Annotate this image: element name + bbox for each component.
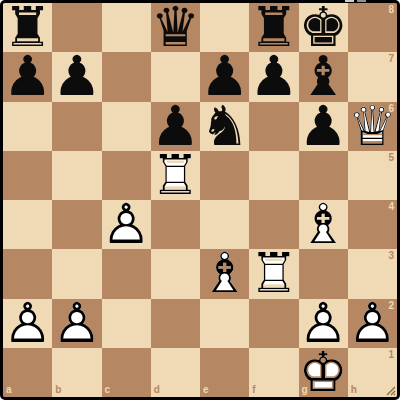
square-c6[interactable]: [102, 102, 151, 151]
black-pawn-glyph: ♟: [249, 52, 298, 101]
square-f1[interactable]: f: [249, 348, 298, 397]
square-d4[interactable]: [151, 200, 200, 249]
square-c7[interactable]: [102, 52, 151, 101]
square-g6[interactable]: ♟: [299, 102, 348, 151]
square-b2[interactable]: ♟♙: [52, 299, 101, 348]
square-a5[interactable]: [3, 151, 52, 200]
piece-black-pawn[interactable]: ♟: [299, 102, 348, 151]
piece-white-pawn[interactable]: ♟♙: [348, 299, 397, 348]
white-bishop-outline-glyph: ♗: [200, 249, 249, 298]
file-label-h: h: [351, 384, 357, 395]
screen: ♜♛♜♚8♟♟♟♟♝7♟♞♟♛♕6♜♖5♟♙♝♗4♝♗♜♖3♟♙♟♙♟♙♟♙2a…: [0, 0, 400, 400]
file-label-c: c: [105, 384, 111, 395]
rank-label-4: 4: [388, 201, 394, 212]
rank-label-3: 3: [388, 250, 394, 261]
piece-white-pawn[interactable]: ♟♙: [52, 299, 101, 348]
square-f3[interactable]: ♜♖: [249, 249, 298, 298]
piece-black-queen[interactable]: ♛: [151, 3, 200, 52]
piece-white-rook[interactable]: ♜♖: [249, 249, 298, 298]
white-bishop-outline-glyph: ♗: [299, 200, 348, 249]
white-pawn-outline-glyph: ♙: [102, 200, 151, 249]
square-a6[interactable]: [3, 102, 52, 151]
rank-label-1: 1: [388, 349, 394, 360]
piece-black-pawn[interactable]: ♟: [249, 52, 298, 101]
square-d5[interactable]: ♜♖: [151, 151, 200, 200]
square-d8[interactable]: ♛: [151, 3, 200, 52]
rank-label-8: 8: [388, 4, 394, 15]
piece-white-bishop[interactable]: ♝♗: [299, 200, 348, 249]
file-label-f: f: [252, 384, 255, 395]
piece-white-rook[interactable]: ♜♖: [151, 151, 200, 200]
black-knight-glyph: ♞: [200, 102, 249, 151]
board-resize-handle[interactable]: [384, 384, 396, 396]
square-b4[interactable]: [52, 200, 101, 249]
piece-black-pawn[interactable]: ♟: [3, 52, 52, 101]
square-f2[interactable]: [249, 299, 298, 348]
square-b6[interactable]: [52, 102, 101, 151]
chess-board: ♜♛♜♚8♟♟♟♟♝7♟♞♟♛♕6♜♖5♟♙♝♗4♝♗♜♖3♟♙♟♙♟♙♟♙2a…: [0, 0, 400, 400]
file-label-e: e: [203, 384, 209, 395]
piece-white-king[interactable]: ♚♔: [299, 348, 348, 397]
file-label-d: d: [154, 384, 160, 395]
square-g4[interactable]: ♝♗: [299, 200, 348, 249]
white-rook-outline-glyph: ♖: [151, 151, 200, 200]
square-h2[interactable]: ♟♙2: [348, 299, 397, 348]
piece-black-knight[interactable]: ♞: [200, 102, 249, 151]
edge-mark: [357, 0, 366, 2]
edge-mark: [345, 0, 354, 2]
file-label-a: a: [6, 384, 12, 395]
square-d1[interactable]: d: [151, 348, 200, 397]
window-edge-artifacts: [0, 0, 400, 3]
board-grid: ♜♛♜♚8♟♟♟♟♝7♟♞♟♛♕6♜♖5♟♙♝♗4♝♗♜♖3♟♙♟♙♟♙♟♙2a…: [3, 3, 397, 397]
square-f5[interactable]: [249, 151, 298, 200]
piece-white-pawn[interactable]: ♟♙: [3, 299, 52, 348]
square-e3[interactable]: ♝♗: [200, 249, 249, 298]
piece-white-queen[interactable]: ♛♕: [348, 102, 397, 151]
square-h4[interactable]: 4: [348, 200, 397, 249]
square-d2[interactable]: [151, 299, 200, 348]
rank-label-5: 5: [388, 152, 394, 163]
square-a2[interactable]: ♟♙: [3, 299, 52, 348]
square-b1[interactable]: b: [52, 348, 101, 397]
file-label-b: b: [55, 384, 61, 395]
square-c2[interactable]: [102, 299, 151, 348]
square-h8[interactable]: 8: [348, 3, 397, 52]
piece-white-pawn[interactable]: ♟♙: [102, 200, 151, 249]
square-e2[interactable]: [200, 299, 249, 348]
square-e1[interactable]: e: [200, 348, 249, 397]
square-c3[interactable]: [102, 249, 151, 298]
piece-black-pawn[interactable]: ♟: [52, 52, 101, 101]
rank-label-7: 7: [388, 53, 394, 64]
square-e5[interactable]: [200, 151, 249, 200]
piece-white-bishop[interactable]: ♝♗: [200, 249, 249, 298]
white-pawn-outline-glyph: ♙: [348, 299, 397, 348]
square-c8[interactable]: [102, 3, 151, 52]
square-e6[interactable]: ♞: [200, 102, 249, 151]
square-d3[interactable]: [151, 249, 200, 298]
square-h6[interactable]: ♛♕6: [348, 102, 397, 151]
square-b7[interactable]: ♟: [52, 52, 101, 101]
square-a7[interactable]: ♟: [3, 52, 52, 101]
black-pawn-glyph: ♟: [299, 102, 348, 151]
white-rook-outline-glyph: ♖: [249, 249, 298, 298]
white-pawn-outline-glyph: ♙: [52, 299, 101, 348]
black-queen-glyph: ♛: [151, 3, 200, 52]
square-f6[interactable]: [249, 102, 298, 151]
white-pawn-outline-glyph: ♙: [3, 299, 52, 348]
black-pawn-glyph: ♟: [52, 52, 101, 101]
square-f7[interactable]: ♟: [249, 52, 298, 101]
white-queen-outline-glyph: ♕: [348, 102, 397, 151]
white-king-outline-glyph: ♔: [299, 348, 348, 397]
black-pawn-glyph: ♟: [3, 52, 52, 101]
square-a1[interactable]: a: [3, 348, 52, 397]
square-b5[interactable]: [52, 151, 101, 200]
square-c4[interactable]: ♟♙: [102, 200, 151, 249]
square-h5[interactable]: 5: [348, 151, 397, 200]
square-a4[interactable]: [3, 200, 52, 249]
square-g1[interactable]: ♚♔g: [299, 348, 348, 397]
square-c1[interactable]: c: [102, 348, 151, 397]
